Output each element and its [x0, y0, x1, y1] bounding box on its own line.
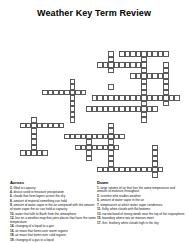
across-clues-section: Across 2. filled to capacity4. device us… [10, 180, 96, 243]
down-clue: 17. thin, feathery white clouds high in … [97, 222, 185, 226]
across-clue: 19. changing of a gas to a liquid [10, 239, 96, 243]
grid-cell[interactable] [158, 167, 164, 173]
grid-cell[interactable] [86, 156, 92, 162]
grid-cell[interactable] [108, 68, 114, 74]
grid-cell[interactable] [152, 106, 158, 112]
across-clue-list: 2. filled to capacity4. device used to m… [10, 187, 96, 243]
grid-cell[interactable] [163, 101, 169, 107]
down-clue-list: 1. large volume of air that has the same… [97, 187, 185, 226]
grid-cell[interactable] [119, 134, 125, 140]
grid-cell[interactable] [114, 145, 120, 151]
grid-cell[interactable] [174, 95, 180, 101]
across-clue: 9. amount of water vapor in the air comp… [10, 204, 96, 212]
grid-cell[interactable] [81, 90, 87, 96]
grid-cell[interactable] [152, 172, 158, 178]
across-heading: Across [10, 180, 96, 185]
grid-cell[interactable] [108, 84, 114, 90]
grid-cell[interactable] [141, 117, 147, 123]
grid-cell[interactable] [59, 123, 65, 129]
grid-cell[interactable] [163, 51, 169, 57]
down-heading: Down [97, 180, 185, 185]
grid-cell[interactable] [70, 117, 76, 123]
down-clues-section: Down 1. large volume of air that has the… [97, 180, 185, 226]
page-title: Weather Key Term Review [0, 8, 188, 18]
grid-cell[interactable] [42, 150, 48, 156]
